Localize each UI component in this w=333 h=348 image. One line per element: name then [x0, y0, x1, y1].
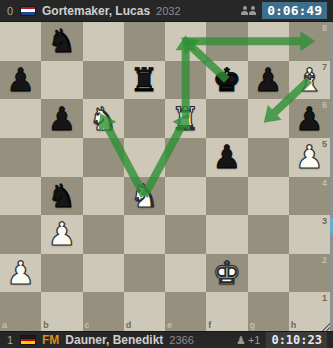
square-b3[interactable]: ♟: [41, 215, 82, 254]
bottom-player-clock: 0:10:23: [266, 332, 327, 348]
square-g1[interactable]: [248, 292, 289, 331]
piece-black-pawn-a7[interactable]: ♟: [0, 61, 41, 100]
square-f1[interactable]: [206, 292, 247, 331]
square-e7[interactable]: [165, 61, 206, 100]
square-f3[interactable]: [206, 215, 247, 254]
square-e2[interactable]: [165, 254, 206, 293]
chess-board[interactable]: ♞♟♜♚♟♝♟♞♜♟♟♟♞♞♟♟♚: [0, 22, 330, 331]
square-d4[interactable]: ♞: [124, 177, 165, 216]
piece-black-pawn-h6[interactable]: ♟: [289, 99, 330, 138]
square-c8[interactable]: [83, 22, 124, 61]
square-a6[interactable]: [0, 99, 41, 138]
square-a1[interactable]: [0, 292, 41, 331]
square-b6[interactable]: ♟: [41, 99, 82, 138]
square-d5[interactable]: [124, 138, 165, 177]
top-player-clock: 0:06:49: [262, 2, 327, 19]
square-f4[interactable]: [206, 177, 247, 216]
square-g3[interactable]: [248, 215, 289, 254]
bottom-player-name[interactable]: Dauner, Benedikt: [65, 333, 163, 347]
bottom-player-score: 1: [6, 334, 14, 346]
square-a5[interactable]: [0, 138, 41, 177]
square-d6[interactable]: [124, 99, 165, 138]
square-b7[interactable]: [41, 61, 82, 100]
square-a7[interactable]: ♟: [0, 61, 41, 100]
piece-black-knight-b8[interactable]: ♞: [41, 22, 82, 61]
square-a8[interactable]: [0, 22, 41, 61]
square-d8[interactable]: [124, 22, 165, 61]
square-e4[interactable]: [165, 177, 206, 216]
square-b4[interactable]: ♞: [41, 177, 82, 216]
square-h7[interactable]: ♝: [289, 61, 330, 100]
square-f7[interactable]: ♚: [206, 61, 247, 100]
square-d2[interactable]: [124, 254, 165, 293]
netherlands-flag-icon: [20, 6, 36, 16]
square-c5[interactable]: [83, 138, 124, 177]
square-b5[interactable]: [41, 138, 82, 177]
piece-white-king-f2[interactable]: ♚: [206, 254, 247, 293]
square-f6[interactable]: [206, 99, 247, 138]
square-h6[interactable]: ♟: [289, 99, 330, 138]
piece-white-bishop-h7[interactable]: ♝: [289, 61, 330, 100]
bottom-player-bar: 1 FM Dauner, Benedikt 2366 ♟ +1 0:10:23: [0, 331, 333, 348]
piece-white-rook-e6[interactable]: ♜: [165, 99, 206, 138]
person-icon: [249, 6, 256, 15]
piece-black-pawn-g7[interactable]: ♟: [248, 61, 289, 100]
square-c3[interactable]: [83, 215, 124, 254]
square-g4[interactable]: [248, 177, 289, 216]
pawn-icon: ♟: [236, 334, 246, 347]
square-b8[interactable]: ♞: [41, 22, 82, 61]
square-b2[interactable]: [41, 254, 82, 293]
piece-white-pawn-b3[interactable]: ♟: [41, 215, 82, 254]
piece-black-rook-d7[interactable]: ♜: [124, 61, 165, 100]
piece-white-knight-c6[interactable]: ♞: [83, 99, 124, 138]
piece-white-knight-d4[interactable]: ♞: [124, 177, 165, 216]
square-e5[interactable]: [165, 138, 206, 177]
person-icon: [241, 6, 248, 15]
square-g7[interactable]: ♟: [248, 61, 289, 100]
square-e3[interactable]: [165, 215, 206, 254]
square-d7[interactable]: ♜: [124, 61, 165, 100]
chess-board-area: ♞♟♜♚♟♝♟♞♜♟♟♟♞♞♟♟♚ abcdefgh87654321: [0, 22, 333, 331]
piece-black-knight-b4[interactable]: ♞: [41, 177, 82, 216]
piece-black-pawn-f5[interactable]: ♟: [206, 138, 247, 177]
square-d1[interactable]: [124, 292, 165, 331]
square-c6[interactable]: ♞: [83, 99, 124, 138]
square-e1[interactable]: [165, 292, 206, 331]
bottom-player-rating: 2366: [169, 334, 193, 346]
square-c4[interactable]: [83, 177, 124, 216]
square-f2[interactable]: ♚: [206, 254, 247, 293]
germany-flag-icon: [20, 335, 36, 345]
square-h3[interactable]: [289, 215, 330, 254]
material-advantage: ♟ +1: [236, 334, 260, 347]
square-h5[interactable]: ♟: [289, 138, 330, 177]
square-a2[interactable]: ♟: [0, 254, 41, 293]
square-h4[interactable]: [289, 177, 330, 216]
square-g8[interactable]: [248, 22, 289, 61]
square-c1[interactable]: [83, 292, 124, 331]
flag-stripe: [21, 12, 35, 15]
piece-black-king-f7[interactable]: ♚: [206, 61, 247, 100]
square-h8[interactable]: [289, 22, 330, 61]
square-b1[interactable]: [41, 292, 82, 331]
square-g5[interactable]: [248, 138, 289, 177]
square-e6[interactable]: ♜: [165, 99, 206, 138]
piece-white-pawn-h5[interactable]: ♟: [289, 138, 330, 177]
square-h2[interactable]: [289, 254, 330, 293]
square-g6[interactable]: [248, 99, 289, 138]
top-player-score: 0: [6, 5, 14, 17]
square-a4[interactable]: [0, 177, 41, 216]
top-player-name[interactable]: Gortemaker, Lucas: [42, 4, 150, 18]
fm-title-badge: FM: [42, 333, 59, 347]
square-c2[interactable]: [83, 254, 124, 293]
flag-stripe: [21, 341, 35, 344]
game-window: 0 Gortemaker, Lucas 2032 0:06:49 ♞♟♜♚♟♝♟…: [0, 0, 333, 348]
piece-black-pawn-b6[interactable]: ♟: [41, 99, 82, 138]
square-f5[interactable]: ♟: [206, 138, 247, 177]
top-player-bar: 0 Gortemaker, Lucas 2032 0:06:49: [0, 0, 333, 22]
top-player-rating: 2032: [156, 5, 180, 17]
square-g2[interactable]: [248, 254, 289, 293]
square-f8[interactable]: [206, 22, 247, 61]
spectators-icon: [241, 6, 256, 15]
square-c7[interactable]: [83, 61, 124, 100]
square-e8[interactable]: [165, 22, 206, 61]
square-d3[interactable]: [124, 215, 165, 254]
square-a3[interactable]: [0, 215, 41, 254]
material-advantage-value: +1: [248, 334, 261, 346]
board-resize-handle[interactable]: [322, 323, 330, 331]
piece-white-pawn-a2[interactable]: ♟: [0, 254, 41, 293]
